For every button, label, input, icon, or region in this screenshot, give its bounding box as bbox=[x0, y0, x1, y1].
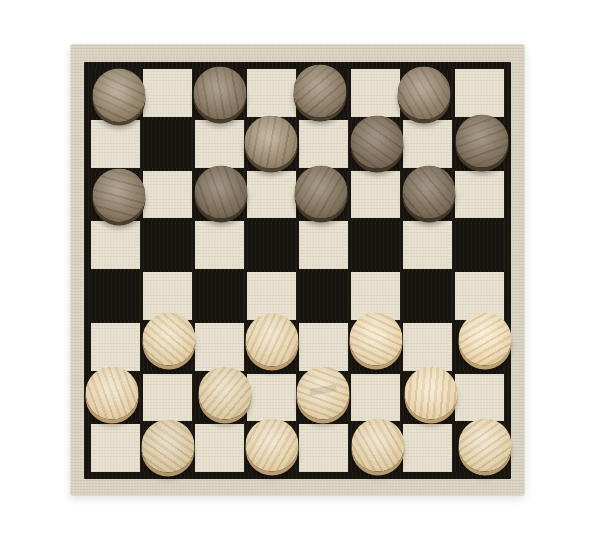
square-r6c8[interactable] bbox=[455, 323, 504, 371]
square-r7c2 bbox=[143, 374, 192, 422]
square-r7c7[interactable] bbox=[403, 374, 452, 422]
square-r3c8 bbox=[455, 171, 504, 219]
square-r7c5[interactable] bbox=[299, 374, 348, 422]
square-r6c4[interactable] bbox=[247, 323, 296, 371]
square-r7c8 bbox=[455, 374, 504, 422]
square-r7c6 bbox=[351, 374, 400, 422]
square-r1c2 bbox=[143, 69, 192, 117]
dark-piece[interactable] bbox=[397, 66, 450, 119]
light-piece[interactable] bbox=[296, 367, 349, 420]
square-r7c4 bbox=[247, 374, 296, 422]
square-r3c6 bbox=[351, 171, 400, 219]
square-r4c7 bbox=[403, 221, 452, 269]
square-r6c7 bbox=[403, 323, 452, 371]
photo-canvas bbox=[0, 0, 600, 553]
square-r2c2[interactable] bbox=[143, 120, 192, 168]
square-r8c6[interactable] bbox=[351, 424, 400, 472]
square-r5c5[interactable] bbox=[299, 272, 348, 320]
square-r8c4[interactable] bbox=[247, 424, 296, 472]
square-r4c3 bbox=[195, 221, 244, 269]
light-piece[interactable] bbox=[85, 367, 138, 420]
light-piece[interactable] bbox=[349, 312, 402, 365]
checkers-board bbox=[91, 69, 504, 472]
square-r1c8 bbox=[455, 69, 504, 117]
square-r8c5 bbox=[299, 424, 348, 472]
square-r7c1[interactable] bbox=[91, 374, 140, 422]
square-r4c5 bbox=[299, 221, 348, 269]
square-r4c4[interactable] bbox=[247, 221, 296, 269]
light-piece[interactable] bbox=[198, 367, 251, 420]
square-r1c5[interactable] bbox=[299, 69, 348, 117]
square-r2c4[interactable] bbox=[247, 120, 296, 168]
light-piece[interactable] bbox=[245, 313, 298, 366]
square-r5c3[interactable] bbox=[195, 272, 244, 320]
square-r2c1 bbox=[91, 120, 140, 168]
square-r2c6[interactable] bbox=[351, 120, 400, 168]
square-r8c8[interactable] bbox=[455, 424, 504, 472]
square-r5c1[interactable] bbox=[91, 272, 140, 320]
square-r2c7 bbox=[403, 120, 452, 168]
square-r3c2 bbox=[143, 171, 192, 219]
square-r8c3 bbox=[195, 424, 244, 472]
light-piece[interactable] bbox=[142, 312, 195, 365]
dark-piece[interactable] bbox=[293, 64, 346, 117]
dark-piece[interactable] bbox=[294, 166, 347, 219]
dark-piece[interactable] bbox=[92, 68, 145, 121]
square-r1c1[interactable] bbox=[91, 69, 140, 117]
square-r8c1 bbox=[91, 424, 140, 472]
square-r3c5[interactable] bbox=[299, 171, 348, 219]
square-r3c4 bbox=[247, 171, 296, 219]
square-r3c3[interactable] bbox=[195, 171, 244, 219]
light-piece[interactable] bbox=[404, 367, 457, 420]
square-r6c3 bbox=[195, 323, 244, 371]
checkers-mat bbox=[70, 44, 525, 496]
light-piece[interactable] bbox=[141, 420, 194, 473]
square-r1c7[interactable] bbox=[403, 69, 452, 117]
dark-piece[interactable] bbox=[455, 114, 508, 167]
light-piece[interactable] bbox=[245, 419, 298, 472]
square-r4c2[interactable] bbox=[143, 221, 192, 269]
board-frame bbox=[84, 62, 511, 479]
light-piece[interactable] bbox=[458, 312, 511, 365]
square-r8c7 bbox=[403, 424, 452, 472]
dark-piece[interactable] bbox=[92, 169, 145, 222]
square-r3c7[interactable] bbox=[403, 171, 452, 219]
square-r6c5 bbox=[299, 323, 348, 371]
square-r5c7[interactable] bbox=[403, 272, 452, 320]
square-r2c8[interactable] bbox=[455, 120, 504, 168]
square-r6c1 bbox=[91, 323, 140, 371]
square-r6c6[interactable] bbox=[351, 323, 400, 371]
square-r4c8[interactable] bbox=[455, 221, 504, 269]
dark-piece[interactable] bbox=[194, 166, 247, 219]
dark-piece[interactable] bbox=[402, 166, 455, 219]
light-piece[interactable] bbox=[351, 419, 404, 472]
square-r4c6[interactable] bbox=[351, 221, 400, 269]
light-piece[interactable] bbox=[458, 419, 511, 472]
square-r4c1 bbox=[91, 221, 140, 269]
square-r3c1[interactable] bbox=[91, 171, 140, 219]
dark-piece[interactable] bbox=[350, 115, 403, 168]
square-r7c3[interactable] bbox=[195, 374, 244, 422]
square-r2c5 bbox=[299, 120, 348, 168]
square-r2c3 bbox=[195, 120, 244, 168]
square-r6c2[interactable] bbox=[143, 323, 192, 371]
square-r1c4 bbox=[247, 69, 296, 117]
square-r8c2[interactable] bbox=[143, 424, 192, 472]
dark-piece[interactable] bbox=[244, 115, 297, 168]
square-r1c3[interactable] bbox=[195, 69, 244, 117]
dark-piece[interactable] bbox=[193, 66, 246, 119]
square-r1c6 bbox=[351, 69, 400, 117]
